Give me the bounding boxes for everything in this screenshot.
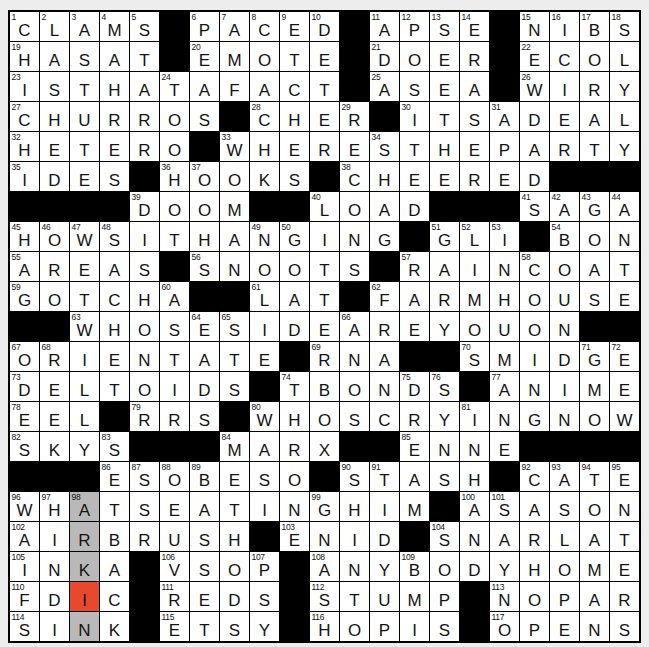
cell-r21c13[interactable]: P (370, 612, 399, 641)
cell-r5c16[interactable]: E (460, 132, 489, 161)
cell-r10c19[interactable]: U (550, 282, 579, 311)
cell-r14c10[interactable]: H (280, 402, 309, 431)
cell-r11c11[interactable]: E (310, 312, 339, 341)
cell-r6c2[interactable]: D (40, 162, 69, 191)
cell-r2c14[interactable]: O (400, 42, 429, 71)
cell-r21c6[interactable]: 115E (160, 612, 189, 641)
cell-r16c21[interactable]: 95E (610, 462, 639, 491)
cell-r12c7[interactable]: A (190, 342, 219, 371)
cell-r18c16[interactable]: N (460, 522, 489, 551)
cell-r15c1[interactable]: 82S (10, 432, 39, 461)
cell-r5c15[interactable]: H (430, 132, 459, 161)
cell-r14c13[interactable]: C (370, 402, 399, 431)
cell-r2c2[interactable]: A (40, 42, 69, 71)
cell-r3c11[interactable]: T (310, 72, 339, 101)
cell-r9c16[interactable]: I (460, 252, 489, 281)
cell-r4c20[interactable]: A (580, 102, 609, 131)
cell-r18c7[interactable]: S (190, 522, 219, 551)
cell-r7c18[interactable]: 41S (520, 192, 549, 221)
cell-r4c9[interactable]: 28C (250, 102, 279, 131)
cell-r9c17[interactable]: N (490, 252, 519, 281)
cell-r8c8[interactable]: A (220, 222, 249, 251)
cell-r2c4[interactable]: A (100, 42, 129, 71)
cell-r12c2[interactable]: 68R (40, 342, 69, 371)
cell-r6c15[interactable]: E (430, 162, 459, 191)
cell-r18c18[interactable]: R (520, 522, 549, 551)
cell-r7c13[interactable]: A (370, 192, 399, 221)
cell-r11c16[interactable]: O (460, 312, 489, 341)
cell-r11c19[interactable]: N (550, 312, 579, 341)
cell-r11c14[interactable]: E (400, 312, 429, 341)
cell-r19c9[interactable]: 107P (250, 552, 279, 581)
cell-r19c20[interactable]: M (580, 552, 609, 581)
cell-r9c20[interactable]: A (580, 252, 609, 281)
cell-r6c16[interactable]: R (460, 162, 489, 191)
cell-r13c3[interactable]: L (70, 372, 99, 401)
cell-r18c8[interactable]: H (220, 522, 249, 551)
cell-r12c13[interactable]: A (370, 342, 399, 371)
cell-r9c18[interactable]: 58C (520, 252, 549, 281)
cell-r6c18[interactable]: D (520, 162, 549, 191)
cell-r1c19[interactable]: 16I (550, 12, 579, 41)
cell-r18c19[interactable]: L (550, 522, 579, 551)
cell-r15c10[interactable]: R (280, 432, 309, 461)
cell-r10c14[interactable]: A (400, 282, 429, 311)
cell-r5c4[interactable]: E (100, 132, 129, 161)
cell-r4c4[interactable]: R (100, 102, 129, 131)
cell-r15c11[interactable]: X (310, 432, 339, 461)
cell-r10c20[interactable]: S (580, 282, 609, 311)
cell-r21c21[interactable]: S (610, 612, 639, 641)
cell-r19c8[interactable]: O (220, 552, 249, 581)
cell-r18c4[interactable]: B (100, 522, 129, 551)
cell-r17c9[interactable]: I (250, 492, 279, 521)
cell-r15c17[interactable]: E (490, 432, 519, 461)
cell-r14c14[interactable]: R (400, 402, 429, 431)
cell-r11c8[interactable]: 65S (220, 312, 249, 341)
cell-r20c4[interactable]: C (100, 582, 129, 611)
cell-r18c3[interactable]: R (70, 522, 99, 551)
cell-r14c5[interactable]: 79R (130, 402, 159, 431)
cell-r17c18[interactable]: A (520, 492, 549, 521)
cell-r21c20[interactable]: N (580, 612, 609, 641)
cell-r4c2[interactable]: H (40, 102, 69, 131)
cell-r12c16[interactable]: 70S (460, 342, 489, 371)
cell-r18c10[interactable]: 103E (280, 522, 309, 551)
cell-r19c12[interactable]: N (340, 552, 369, 581)
cell-r8c6[interactable]: T (160, 222, 189, 251)
cell-r9c7[interactable]: 56S (190, 252, 219, 281)
cell-r9c9[interactable]: O (250, 252, 279, 281)
cell-r2c18[interactable]: 22E (520, 42, 549, 71)
cell-r14c1[interactable]: 78E (10, 402, 39, 431)
cell-r9c4[interactable]: A (100, 252, 129, 281)
cell-r14c3[interactable]: L (70, 402, 99, 431)
cell-r4c16[interactable]: S (460, 102, 489, 131)
cell-r5c13[interactable]: 34S (370, 132, 399, 161)
cell-r6c1[interactable]: 35I (10, 162, 39, 191)
cell-r1c11[interactable]: 10D (310, 12, 339, 41)
cell-r1c21[interactable]: 18S (610, 12, 639, 41)
cell-r5c11[interactable]: R (310, 132, 339, 161)
cell-r19c19[interactable]: O (550, 552, 579, 581)
cell-r2c1[interactable]: 19H (10, 42, 39, 71)
cell-r21c3[interactable]: N (70, 612, 99, 641)
cell-r18c2[interactable]: I (40, 522, 69, 551)
cell-r17c6[interactable]: E (160, 492, 189, 521)
cell-r14c12[interactable]: S (340, 402, 369, 431)
cell-r15c15[interactable]: N (430, 432, 459, 461)
cell-r3c3[interactable]: T (70, 72, 99, 101)
cell-r12c18[interactable]: I (520, 342, 549, 371)
cell-r21c11[interactable]: 116H (310, 612, 339, 641)
cell-r7c14[interactable]: D (400, 192, 429, 221)
cell-r4c3[interactable]: U (70, 102, 99, 131)
cell-r8c10[interactable]: 50G (280, 222, 309, 251)
cell-r12c8[interactable]: T (220, 342, 249, 371)
cell-r18c1[interactable]: 102A (10, 522, 39, 551)
cell-r17c17[interactable]: 101S (490, 492, 519, 521)
cell-r3c9[interactable]: A (250, 72, 279, 101)
cell-r17c4[interactable]: T (100, 492, 129, 521)
cell-r2c20[interactable]: O (580, 42, 609, 71)
cell-r1c9[interactable]: 8C (250, 12, 279, 41)
cell-r5c17[interactable]: P (490, 132, 519, 161)
cell-r8c19[interactable]: 54B (550, 222, 579, 251)
cell-r6c4[interactable]: S (100, 162, 129, 191)
cell-r4c12[interactable]: 29R (340, 102, 369, 131)
cell-r16c19[interactable]: 93A (550, 462, 579, 491)
cell-r3c2[interactable]: S (40, 72, 69, 101)
cell-r20c11[interactable]: 112S (310, 582, 339, 611)
cell-r21c7[interactable]: T (190, 612, 219, 641)
cell-r18c20[interactable]: A (580, 522, 609, 551)
cell-r13c1[interactable]: 73D (10, 372, 39, 401)
cell-r13c6[interactable]: I (160, 372, 189, 401)
cell-r8c2[interactable]: 46O (40, 222, 69, 251)
cell-r5c3[interactable]: T (70, 132, 99, 161)
cell-r19c21[interactable]: E (610, 552, 639, 581)
cell-r20c14[interactable]: M (400, 582, 429, 611)
cell-r20c3[interactable]: I (70, 582, 99, 611)
cell-r14c17[interactable]: N (490, 402, 519, 431)
cell-r7c19[interactable]: 42A (550, 192, 579, 221)
cell-r20c12[interactable]: T (340, 582, 369, 611)
cell-r13c5[interactable]: O (130, 372, 159, 401)
cell-r5c19[interactable]: R (550, 132, 579, 161)
cell-r12c3[interactable]: I (70, 342, 99, 371)
cell-r3c19[interactable]: I (550, 72, 579, 101)
cell-r2c9[interactable]: O (250, 42, 279, 71)
cell-r9c3[interactable]: E (70, 252, 99, 281)
cell-r2c8[interactable]: M (220, 42, 249, 71)
cell-r1c20[interactable]: 17B (580, 12, 609, 41)
cell-r3c13[interactable]: 25A (370, 72, 399, 101)
cell-r8c4[interactable]: 48S (100, 222, 129, 251)
cell-r15c4[interactable]: 83S (100, 432, 129, 461)
cell-r21c17[interactable]: 117O (490, 612, 519, 641)
cell-r15c3[interactable]: Y (70, 432, 99, 461)
cell-r14c2[interactable]: E (40, 402, 69, 431)
cell-r13c19[interactable]: I (550, 372, 579, 401)
cell-r2c3[interactable]: S (70, 42, 99, 71)
cell-r19c14[interactable]: 109B (400, 552, 429, 581)
cell-r2c5[interactable]: T (130, 42, 159, 71)
cell-r21c19[interactable]: E (550, 612, 579, 641)
cell-r18c6[interactable]: U (160, 522, 189, 551)
cell-r10c16[interactable]: M (460, 282, 489, 311)
cell-r1c5[interactable]: 5S (130, 12, 159, 41)
cell-r9c14[interactable]: 57R (400, 252, 429, 281)
cell-r3c5[interactable]: A (130, 72, 159, 101)
cell-r2c21[interactable]: L (610, 42, 639, 71)
cell-r18c17[interactable]: A (490, 522, 519, 551)
cell-r17c20[interactable]: O (580, 492, 609, 521)
cell-r17c16[interactable]: 100A (460, 492, 489, 521)
cell-r1c13[interactable]: 11A (370, 12, 399, 41)
cell-r11c6[interactable]: S (160, 312, 189, 341)
cell-r8c7[interactable]: H (190, 222, 219, 251)
cell-r13c7[interactable]: D (190, 372, 219, 401)
cell-r9c15[interactable]: A (430, 252, 459, 281)
cell-r12c19[interactable]: D (550, 342, 579, 371)
cell-r16c10[interactable]: O (280, 462, 309, 491)
cell-r3c14[interactable]: S (400, 72, 429, 101)
cell-r12c1[interactable]: 67O (10, 342, 39, 371)
cell-r7c11[interactable]: 40L (310, 192, 339, 221)
cell-r6c17[interactable]: E (490, 162, 519, 191)
cell-r4c1[interactable]: 27C (10, 102, 39, 131)
cell-r8c12[interactable]: N (340, 222, 369, 251)
cell-r11c15[interactable]: Y (430, 312, 459, 341)
cell-r9c10[interactable]: O (280, 252, 309, 281)
cell-r11c10[interactable]: D (280, 312, 309, 341)
cell-r12c20[interactable]: 71G (580, 342, 609, 371)
cell-r10c17[interactable]: H (490, 282, 519, 311)
cell-r17c2[interactable]: 97H (40, 492, 69, 521)
cell-r5c2[interactable]: E (40, 132, 69, 161)
cell-r14c7[interactable]: S (190, 402, 219, 431)
cell-r13c2[interactable]: E (40, 372, 69, 401)
cell-r7c6[interactable]: O (160, 192, 189, 221)
cell-r8c17[interactable]: 53I (490, 222, 519, 251)
cell-r9c5[interactable]: S (130, 252, 159, 281)
cell-r11c9[interactable]: I (250, 312, 279, 341)
cell-r8c20[interactable]: O (580, 222, 609, 251)
cell-r19c15[interactable]: O (430, 552, 459, 581)
cell-r16c14[interactable]: A (400, 462, 429, 491)
cell-r11c5[interactable]: O (130, 312, 159, 341)
cell-r12c4[interactable]: E (100, 342, 129, 371)
cell-r21c2[interactable]: I (40, 612, 69, 641)
cell-r21c12[interactable]: O (340, 612, 369, 641)
cell-r20c8[interactable]: D (220, 582, 249, 611)
cell-r2c7[interactable]: 20E (190, 42, 219, 71)
cell-r3c10[interactable]: C (280, 72, 309, 101)
cell-r2c19[interactable]: C (550, 42, 579, 71)
cell-r21c9[interactable]: Y (250, 612, 279, 641)
cell-r16c15[interactable]: S (430, 462, 459, 491)
cell-r1c14[interactable]: 12P (400, 12, 429, 41)
cell-r5c10[interactable]: E (280, 132, 309, 161)
cell-r12c21[interactable]: 72E (610, 342, 639, 371)
cell-r13c18[interactable]: N (520, 372, 549, 401)
cell-r6c14[interactable]: E (400, 162, 429, 191)
cell-r16c9[interactable]: S (250, 462, 279, 491)
cell-r1c2[interactable]: 2L (40, 12, 69, 41)
cell-r20c9[interactable]: S (250, 582, 279, 611)
cell-r3c4[interactable]: H (100, 72, 129, 101)
cell-r10c11[interactable]: T (310, 282, 339, 311)
cell-r3c18[interactable]: 26W (520, 72, 549, 101)
cell-r1c10[interactable]: 9E (280, 12, 309, 41)
cell-r8c15[interactable]: 51G (430, 222, 459, 251)
cell-r20c19[interactable]: P (550, 582, 579, 611)
cell-r16c18[interactable]: 92C (520, 462, 549, 491)
cell-r12c17[interactable]: M (490, 342, 519, 371)
cell-r16c5[interactable]: 87S (130, 462, 159, 491)
cell-r3c21[interactable]: Y (610, 72, 639, 101)
cell-r13c14[interactable]: 75D (400, 372, 429, 401)
cell-r10c13[interactable]: 62F (370, 282, 399, 311)
cell-r10c18[interactable]: O (520, 282, 549, 311)
cell-r14c15[interactable]: Y (430, 402, 459, 431)
cell-r13c20[interactable]: M (580, 372, 609, 401)
cell-r4c15[interactable]: T (430, 102, 459, 131)
cell-r15c2[interactable]: K (40, 432, 69, 461)
cell-r6c12[interactable]: 38C (340, 162, 369, 191)
cell-r10c2[interactable]: O (40, 282, 69, 311)
cell-r4c17[interactable]: 31A (490, 102, 519, 131)
cell-r11c13[interactable]: R (370, 312, 399, 341)
cell-r12c12[interactable]: N (340, 342, 369, 371)
cell-r11c12[interactable]: 66A (340, 312, 369, 341)
cell-r13c10[interactable]: 74T (280, 372, 309, 401)
cell-r17c7[interactable]: A (190, 492, 219, 521)
cell-r1c1[interactable]: 1C (10, 12, 39, 41)
cell-r20c21[interactable]: R (610, 582, 639, 611)
cell-r17c5[interactable]: S (130, 492, 159, 521)
cell-r8c5[interactable]: I (130, 222, 159, 251)
cell-r7c7[interactable]: O (190, 192, 219, 221)
cell-r17c1[interactable]: 96W (10, 492, 39, 521)
cell-r20c17[interactable]: 113N (490, 582, 519, 611)
cell-r8c21[interactable]: N (610, 222, 639, 251)
cell-r4c6[interactable]: O (160, 102, 189, 131)
cell-r1c8[interactable]: 7A (220, 12, 249, 41)
cell-r20c6[interactable]: 111R (160, 582, 189, 611)
cell-r5c5[interactable]: R (130, 132, 159, 161)
cell-r5c12[interactable]: E (340, 132, 369, 161)
cell-r19c4[interactable]: A (100, 552, 129, 581)
cell-r13c21[interactable]: E (610, 372, 639, 401)
cell-r14c11[interactable]: O (310, 402, 339, 431)
cell-r10c4[interactable]: C (100, 282, 129, 311)
cell-r11c4[interactable]: H (100, 312, 129, 341)
cell-r18c5[interactable]: R (130, 522, 159, 551)
cell-r13c15[interactable]: 76S (430, 372, 459, 401)
cell-r18c21[interactable]: T (610, 522, 639, 551)
cell-r19c3[interactable]: K (70, 552, 99, 581)
cell-r17c14[interactable]: M (400, 492, 429, 521)
cell-r9c21[interactable]: T (610, 252, 639, 281)
cell-r9c19[interactable]: O (550, 252, 579, 281)
cell-r3c15[interactable]: E (430, 72, 459, 101)
cell-r2c11[interactable]: E (310, 42, 339, 71)
cell-r17c21[interactable]: N (610, 492, 639, 521)
cell-r19c16[interactable]: D (460, 552, 489, 581)
cell-r14c16[interactable]: 81I (460, 402, 489, 431)
cell-r20c15[interactable]: P (430, 582, 459, 611)
cell-r6c10[interactable]: S (280, 162, 309, 191)
cell-r9c11[interactable]: T (310, 252, 339, 281)
cell-r14c20[interactable]: O (580, 402, 609, 431)
cell-r3c7[interactable]: A (190, 72, 219, 101)
cell-r19c17[interactable]: Y (490, 552, 519, 581)
cell-r16c6[interactable]: 88O (160, 462, 189, 491)
cell-r21c14[interactable]: I (400, 612, 429, 641)
cell-r13c12[interactable]: O (340, 372, 369, 401)
cell-r8c3[interactable]: 47W (70, 222, 99, 251)
cell-r12c6[interactable]: T (160, 342, 189, 371)
cell-r20c13[interactable]: U (370, 582, 399, 611)
cell-r19c11[interactable]: 108A (310, 552, 339, 581)
cell-r1c7[interactable]: 6P (190, 12, 219, 41)
cell-r10c6[interactable]: 60A (160, 282, 189, 311)
cell-r4c5[interactable]: R (130, 102, 159, 131)
cell-r10c1[interactable]: 59G (10, 282, 39, 311)
cell-r8c9[interactable]: 49N (250, 222, 279, 251)
cell-r17c12[interactable]: H (340, 492, 369, 521)
cell-r4c21[interactable]: L (610, 102, 639, 131)
cell-r14c9[interactable]: 80W (250, 402, 279, 431)
cell-r12c9[interactable]: E (250, 342, 279, 371)
cell-r17c8[interactable]: T (220, 492, 249, 521)
cell-r20c20[interactable]: A (580, 582, 609, 611)
cell-r11c7[interactable]: 64E (190, 312, 219, 341)
cell-r21c1[interactable]: 114S (10, 612, 39, 641)
cell-r19c13[interactable]: Y (370, 552, 399, 581)
cell-r8c13[interactable]: G (370, 222, 399, 251)
cell-r17c11[interactable]: 99G (310, 492, 339, 521)
cell-r5c14[interactable]: T (400, 132, 429, 161)
cell-r3c20[interactable]: R (580, 72, 609, 101)
cell-r18c11[interactable]: N (310, 522, 339, 551)
cell-r7c8[interactable]: M (220, 192, 249, 221)
cell-r20c18[interactable]: O (520, 582, 549, 611)
cell-r13c8[interactable]: S (220, 372, 249, 401)
cell-r16c4[interactable]: 86E (100, 462, 129, 491)
cell-r16c7[interactable]: 89B (190, 462, 219, 491)
cell-r21c8[interactable]: S (220, 612, 249, 641)
cell-r13c11[interactable]: B (310, 372, 339, 401)
cell-r4c10[interactable]: H (280, 102, 309, 131)
cell-r1c18[interactable]: 15N (520, 12, 549, 41)
cell-r19c1[interactable]: 105I (10, 552, 39, 581)
cell-r3c6[interactable]: 24T (160, 72, 189, 101)
cell-r8c1[interactable]: 45H (10, 222, 39, 251)
cell-r21c4[interactable]: K (100, 612, 129, 641)
cell-r6c6[interactable]: 36H (160, 162, 189, 191)
cell-r14c6[interactable]: R (160, 402, 189, 431)
cell-r10c21[interactable]: E (610, 282, 639, 311)
cell-r14c21[interactable]: W (610, 402, 639, 431)
cell-r4c14[interactable]: 30I (400, 102, 429, 131)
cell-r12c5[interactable]: N (130, 342, 159, 371)
cell-r17c13[interactable]: I (370, 492, 399, 521)
cell-r19c18[interactable]: H (520, 552, 549, 581)
cell-r5c21[interactable]: Y (610, 132, 639, 161)
